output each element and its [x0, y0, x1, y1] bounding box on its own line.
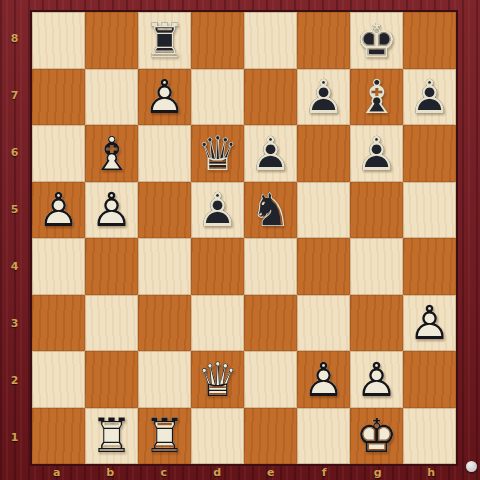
square-b4[interactable] [85, 238, 138, 295]
piece-black-pawn[interactable]: ♟♙ [403, 69, 456, 126]
rank-label-4: 4 [0, 238, 29, 295]
black-king-outline-icon: ♔ [355, 17, 397, 64]
square-a6[interactable] [32, 125, 85, 182]
file-label-b: b [84, 466, 138, 479]
rank-label-5: 5 [0, 181, 29, 238]
square-h8[interactable] [403, 12, 456, 69]
square-e3[interactable] [244, 295, 297, 352]
white-king-outline-icon: ♔ [355, 412, 397, 459]
square-e5[interactable]: ♞♘ [244, 182, 297, 239]
square-c5[interactable] [138, 182, 191, 239]
square-g3[interactable] [350, 295, 403, 352]
square-d7[interactable] [191, 69, 244, 126]
piece-white-pawn[interactable]: ♟♙ [85, 182, 138, 239]
piece-white-pawn[interactable]: ♟♙ [32, 182, 85, 239]
rank-label-1: 1 [0, 409, 29, 466]
square-e6[interactable]: ♟♙ [244, 125, 297, 182]
square-e7[interactable] [244, 69, 297, 126]
piece-white-pawn[interactable]: ♟♙ [403, 295, 456, 352]
square-b3[interactable] [85, 295, 138, 352]
square-b1[interactable]: ♜♖ [85, 408, 138, 465]
white-pawn-outline-icon: ♙ [37, 186, 79, 233]
rank-label-3: 3 [0, 295, 29, 352]
white-pawn-outline-icon: ♙ [90, 186, 132, 233]
square-b5[interactable]: ♟♙ [85, 182, 138, 239]
square-g7[interactable]: ♝♗ [350, 69, 403, 126]
white-pawn-outline-icon: ♙ [302, 356, 344, 403]
white-rook-outline-icon: ♖ [90, 412, 132, 459]
square-d3[interactable] [191, 295, 244, 352]
file-label-g: g [351, 466, 405, 479]
square-a5[interactable]: ♟♙ [32, 182, 85, 239]
black-queen-outline-icon: ♕ [196, 130, 238, 177]
piece-black-rook[interactable]: ♜♖ [138, 12, 191, 69]
rank-label-2: 2 [0, 352, 29, 409]
square-e2[interactable] [244, 351, 297, 408]
square-a3[interactable] [32, 295, 85, 352]
square-c4[interactable] [138, 238, 191, 295]
piece-white-pawn[interactable]: ♟♙ [297, 351, 350, 408]
chess-board-frame: ♜♖♚♔♟♙♟♙♝♗♟♙♝♗♛♕♟♙♟♙♟♙♟♙♟♙♞♘♟♙♛♕♟♙♟♙♜♖♜♖… [0, 0, 480, 480]
file-label-c: c [137, 466, 191, 479]
square-g4[interactable] [350, 238, 403, 295]
piece-white-queen[interactable]: ♛♕ [191, 351, 244, 408]
piece-black-king[interactable]: ♚♔ [350, 12, 403, 69]
square-h3[interactable]: ♟♙ [403, 295, 456, 352]
square-f7[interactable]: ♟♙ [297, 69, 350, 126]
square-h1[interactable] [403, 408, 456, 465]
white-pawn-outline-icon: ♙ [143, 73, 185, 120]
square-g2[interactable]: ♟♙ [350, 351, 403, 408]
square-h6[interactable] [403, 125, 456, 182]
chess-board: ♜♖♚♔♟♙♟♙♝♗♟♙♝♗♛♕♟♙♟♙♟♙♟♙♟♙♞♘♟♙♛♕♟♙♟♙♜♖♜♖… [30, 10, 458, 466]
piece-white-rook[interactable]: ♜♖ [85, 408, 138, 465]
piece-black-knight[interactable]: ♞♘ [244, 182, 297, 239]
square-h4[interactable] [403, 238, 456, 295]
piece-black-pawn[interactable]: ♟♙ [191, 182, 244, 239]
piece-black-queen[interactable]: ♛♕ [191, 125, 244, 182]
square-h2[interactable] [403, 351, 456, 408]
white-rook-outline-icon: ♖ [143, 412, 185, 459]
piece-white-king[interactable]: ♚♔ [350, 408, 403, 465]
piece-black-bishop[interactable]: ♝♗ [350, 69, 403, 126]
square-d5[interactable]: ♟♙ [191, 182, 244, 239]
white-to-move-indicator [466, 461, 477, 472]
square-h7[interactable]: ♟♙ [403, 69, 456, 126]
square-a7[interactable] [32, 69, 85, 126]
square-a1[interactable] [32, 408, 85, 465]
file-labels: abcdefgh [30, 464, 458, 480]
file-label-f: f [298, 466, 352, 479]
square-g6[interactable]: ♟♙ [350, 125, 403, 182]
square-c1[interactable]: ♜♖ [138, 408, 191, 465]
square-f4[interactable] [297, 238, 350, 295]
square-g8[interactable]: ♚♔ [350, 12, 403, 69]
square-c8[interactable]: ♜♖ [138, 12, 191, 69]
white-queen-outline-icon: ♕ [196, 356, 238, 403]
square-f8[interactable] [297, 12, 350, 69]
square-e4[interactable] [244, 238, 297, 295]
white-pawn-outline-icon: ♙ [408, 299, 450, 346]
piece-white-rook[interactable]: ♜♖ [138, 408, 191, 465]
black-knight-outline-icon: ♘ [249, 186, 291, 233]
white-bishop-outline-icon: ♗ [90, 130, 132, 177]
square-c3[interactable] [138, 295, 191, 352]
piece-black-pawn[interactable]: ♟♙ [297, 69, 350, 126]
square-h5[interactable] [403, 182, 456, 239]
square-c2[interactable] [138, 351, 191, 408]
rank-label-7: 7 [0, 67, 29, 124]
piece-black-pawn[interactable]: ♟♙ [244, 125, 297, 182]
rank-label-6: 6 [0, 124, 29, 181]
square-b2[interactable] [85, 351, 138, 408]
black-pawn-outline-icon: ♙ [355, 130, 397, 177]
rank-label-8: 8 [0, 10, 29, 67]
square-f1[interactable] [297, 408, 350, 465]
square-f6[interactable] [297, 125, 350, 182]
black-pawn-outline-icon: ♙ [249, 130, 291, 177]
file-label-h: h [405, 466, 459, 479]
piece-black-pawn[interactable]: ♟♙ [350, 125, 403, 182]
piece-white-pawn[interactable]: ♟♙ [350, 351, 403, 408]
square-c6[interactable] [138, 125, 191, 182]
square-d4[interactable] [191, 238, 244, 295]
black-pawn-outline-icon: ♙ [196, 186, 238, 233]
square-a8[interactable] [32, 12, 85, 69]
square-e1[interactable] [244, 408, 297, 465]
square-a4[interactable] [32, 238, 85, 295]
square-g1[interactable]: ♚♔ [350, 408, 403, 465]
square-d2[interactable]: ♛♕ [191, 351, 244, 408]
black-pawn-outline-icon: ♙ [302, 73, 344, 120]
square-b8[interactable] [85, 12, 138, 69]
file-label-a: a [30, 466, 84, 479]
rank-labels: 87654321 [0, 10, 29, 466]
square-d1[interactable] [191, 408, 244, 465]
white-pawn-outline-icon: ♙ [355, 356, 397, 403]
square-d8[interactable] [191, 12, 244, 69]
square-b7[interactable] [85, 69, 138, 126]
square-g5[interactable] [350, 182, 403, 239]
black-rook-outline-icon: ♖ [143, 17, 185, 64]
black-bishop-outline-icon: ♗ [355, 73, 397, 120]
square-a2[interactable] [32, 351, 85, 408]
square-c7[interactable]: ♟♙ [138, 69, 191, 126]
square-e8[interactable] [244, 12, 297, 69]
square-f3[interactable] [297, 295, 350, 352]
piece-white-pawn[interactable]: ♟♙ [138, 69, 191, 126]
piece-white-bishop[interactable]: ♝♗ [85, 125, 138, 182]
square-f2[interactable]: ♟♙ [297, 351, 350, 408]
square-b6[interactable]: ♝♗ [85, 125, 138, 182]
square-d6[interactable]: ♛♕ [191, 125, 244, 182]
square-f5[interactable] [297, 182, 350, 239]
file-label-d: d [191, 466, 245, 479]
black-pawn-outline-icon: ♙ [408, 73, 450, 120]
file-label-e: e [244, 466, 298, 479]
